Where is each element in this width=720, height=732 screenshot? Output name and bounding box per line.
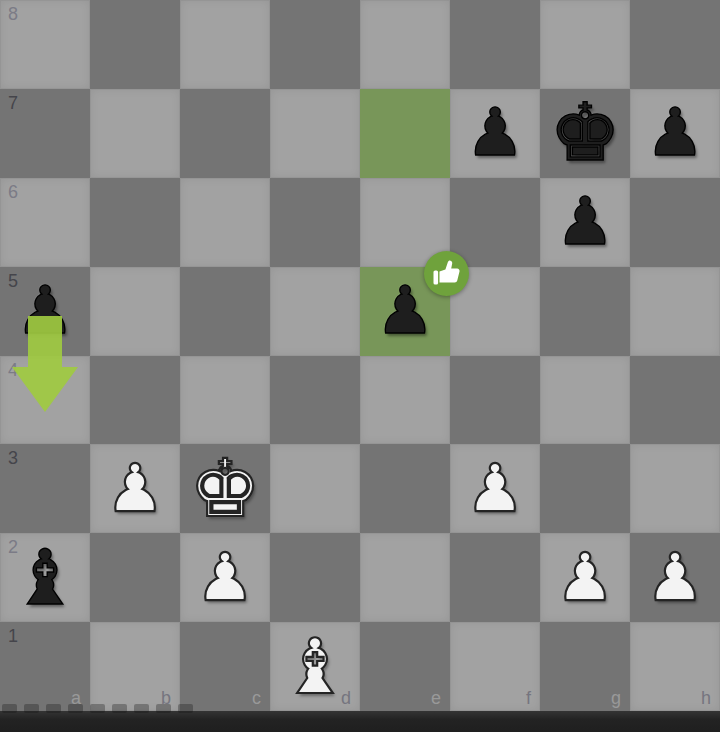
black-king-g7[interactable]: ♚ [540, 89, 630, 178]
square-b4[interactable] [90, 356, 180, 445]
square-f8[interactable] [450, 0, 540, 89]
black-pawn-h7[interactable]: ♟ [630, 89, 720, 178]
black-pawn-a5[interactable]: ♟ [0, 267, 90, 356]
square-c3[interactable]: ♚ [180, 444, 270, 533]
square-d8[interactable] [270, 0, 360, 89]
white-king-c3[interactable]: ♚ [180, 444, 270, 533]
tick-mark [156, 704, 171, 713]
square-h2[interactable]: ♟ [630, 533, 720, 622]
square-h8[interactable] [630, 0, 720, 89]
white-pawn-g2[interactable]: ♟ [540, 533, 630, 622]
square-f7[interactable]: ♟ [450, 89, 540, 178]
square-g1[interactable]: g [540, 622, 630, 711]
square-g7[interactable]: ♚ [540, 89, 630, 178]
square-c6[interactable] [180, 178, 270, 267]
file-label-c: c [252, 689, 261, 707]
square-h4[interactable] [630, 356, 720, 445]
square-a5[interactable]: 5♟ [0, 267, 90, 356]
square-g4[interactable] [540, 356, 630, 445]
square-a2[interactable]: 2♝ [0, 533, 90, 622]
square-a7[interactable]: 7 [0, 89, 90, 178]
square-f4[interactable] [450, 356, 540, 445]
square-h7[interactable]: ♟ [630, 89, 720, 178]
square-b8[interactable] [90, 0, 180, 89]
white-pawn-f3[interactable]: ♟ [450, 444, 540, 533]
square-c8[interactable] [180, 0, 270, 89]
square-g2[interactable]: ♟ [540, 533, 630, 622]
square-d4[interactable] [270, 356, 360, 445]
rank-label-3: 3 [8, 449, 18, 467]
file-label-g: g [611, 689, 621, 707]
square-a3[interactable]: 3 [0, 444, 90, 533]
black-bishop-a2[interactable]: ♝ [0, 533, 90, 622]
file-label-e: e [431, 689, 441, 707]
square-e3[interactable] [360, 444, 450, 533]
chess-board: 87♟♚♟6♟5♟♟43♟♚♟2♝♟♟♟1abcd♝efgh [0, 0, 720, 711]
square-a8[interactable]: 8 [0, 0, 90, 89]
square-e1[interactable]: e [360, 622, 450, 711]
white-pawn-h2[interactable]: ♟ [630, 533, 720, 622]
bottom-bar [0, 711, 720, 732]
black-pawn-g6[interactable]: ♟ [540, 178, 630, 267]
tick-mark [68, 704, 83, 713]
rank-label-1: 1 [8, 627, 18, 645]
square-d6[interactable] [270, 178, 360, 267]
square-f1[interactable]: f [450, 622, 540, 711]
file-label-f: f [526, 689, 531, 707]
square-c1[interactable]: c [180, 622, 270, 711]
square-c2[interactable]: ♟ [180, 533, 270, 622]
tick-mark [2, 704, 17, 713]
white-pawn-c2[interactable]: ♟ [180, 533, 270, 622]
square-d7[interactable] [270, 89, 360, 178]
black-pawn-f7[interactable]: ♟ [450, 89, 540, 178]
square-g3[interactable] [540, 444, 630, 533]
square-f2[interactable] [450, 533, 540, 622]
timeline-ticks [2, 703, 193, 713]
square-e8[interactable] [360, 0, 450, 89]
square-b6[interactable] [90, 178, 180, 267]
tick-mark [24, 704, 39, 713]
square-f3[interactable]: ♟ [450, 444, 540, 533]
square-h1[interactable]: h [630, 622, 720, 711]
rank-label-6: 6 [8, 183, 18, 201]
square-b1[interactable]: b [90, 622, 180, 711]
rank-label-7: 7 [8, 94, 18, 112]
square-b7[interactable] [90, 89, 180, 178]
square-h5[interactable] [630, 267, 720, 356]
square-a4[interactable]: 4 [0, 356, 90, 445]
square-h6[interactable] [630, 178, 720, 267]
square-c4[interactable] [180, 356, 270, 445]
tick-mark [90, 704, 105, 713]
white-bishop-d1[interactable]: ♝ [270, 622, 360, 711]
tick-mark [134, 704, 149, 713]
square-e4[interactable] [360, 356, 450, 445]
square-g5[interactable] [540, 267, 630, 356]
good-move-badge [424, 251, 469, 296]
tick-mark [112, 704, 127, 713]
chess-app-screen: 87♟♚♟6♟5♟♟43♟♚♟2♝♟♟♟1abcd♝efgh [0, 0, 720, 732]
square-b2[interactable] [90, 533, 180, 622]
square-d2[interactable] [270, 533, 360, 622]
square-g6[interactable]: ♟ [540, 178, 630, 267]
tick-mark [178, 704, 193, 713]
square-b5[interactable] [90, 267, 180, 356]
square-a6[interactable]: 6 [0, 178, 90, 267]
square-e2[interactable] [360, 533, 450, 622]
square-d3[interactable] [270, 444, 360, 533]
square-a1[interactable]: 1a [0, 622, 90, 711]
square-c5[interactable] [180, 267, 270, 356]
rank-label-8: 8 [8, 5, 18, 23]
white-pawn-b3[interactable]: ♟ [90, 444, 180, 533]
square-c7[interactable] [180, 89, 270, 178]
square-e7[interactable] [360, 89, 450, 178]
square-d1[interactable]: d♝ [270, 622, 360, 711]
square-h3[interactable] [630, 444, 720, 533]
square-d5[interactable] [270, 267, 360, 356]
square-b3[interactable]: ♟ [90, 444, 180, 533]
square-g8[interactable] [540, 0, 630, 89]
file-label-h: h [701, 689, 711, 707]
tick-mark [46, 704, 61, 713]
rank-label-4: 4 [8, 361, 18, 379]
